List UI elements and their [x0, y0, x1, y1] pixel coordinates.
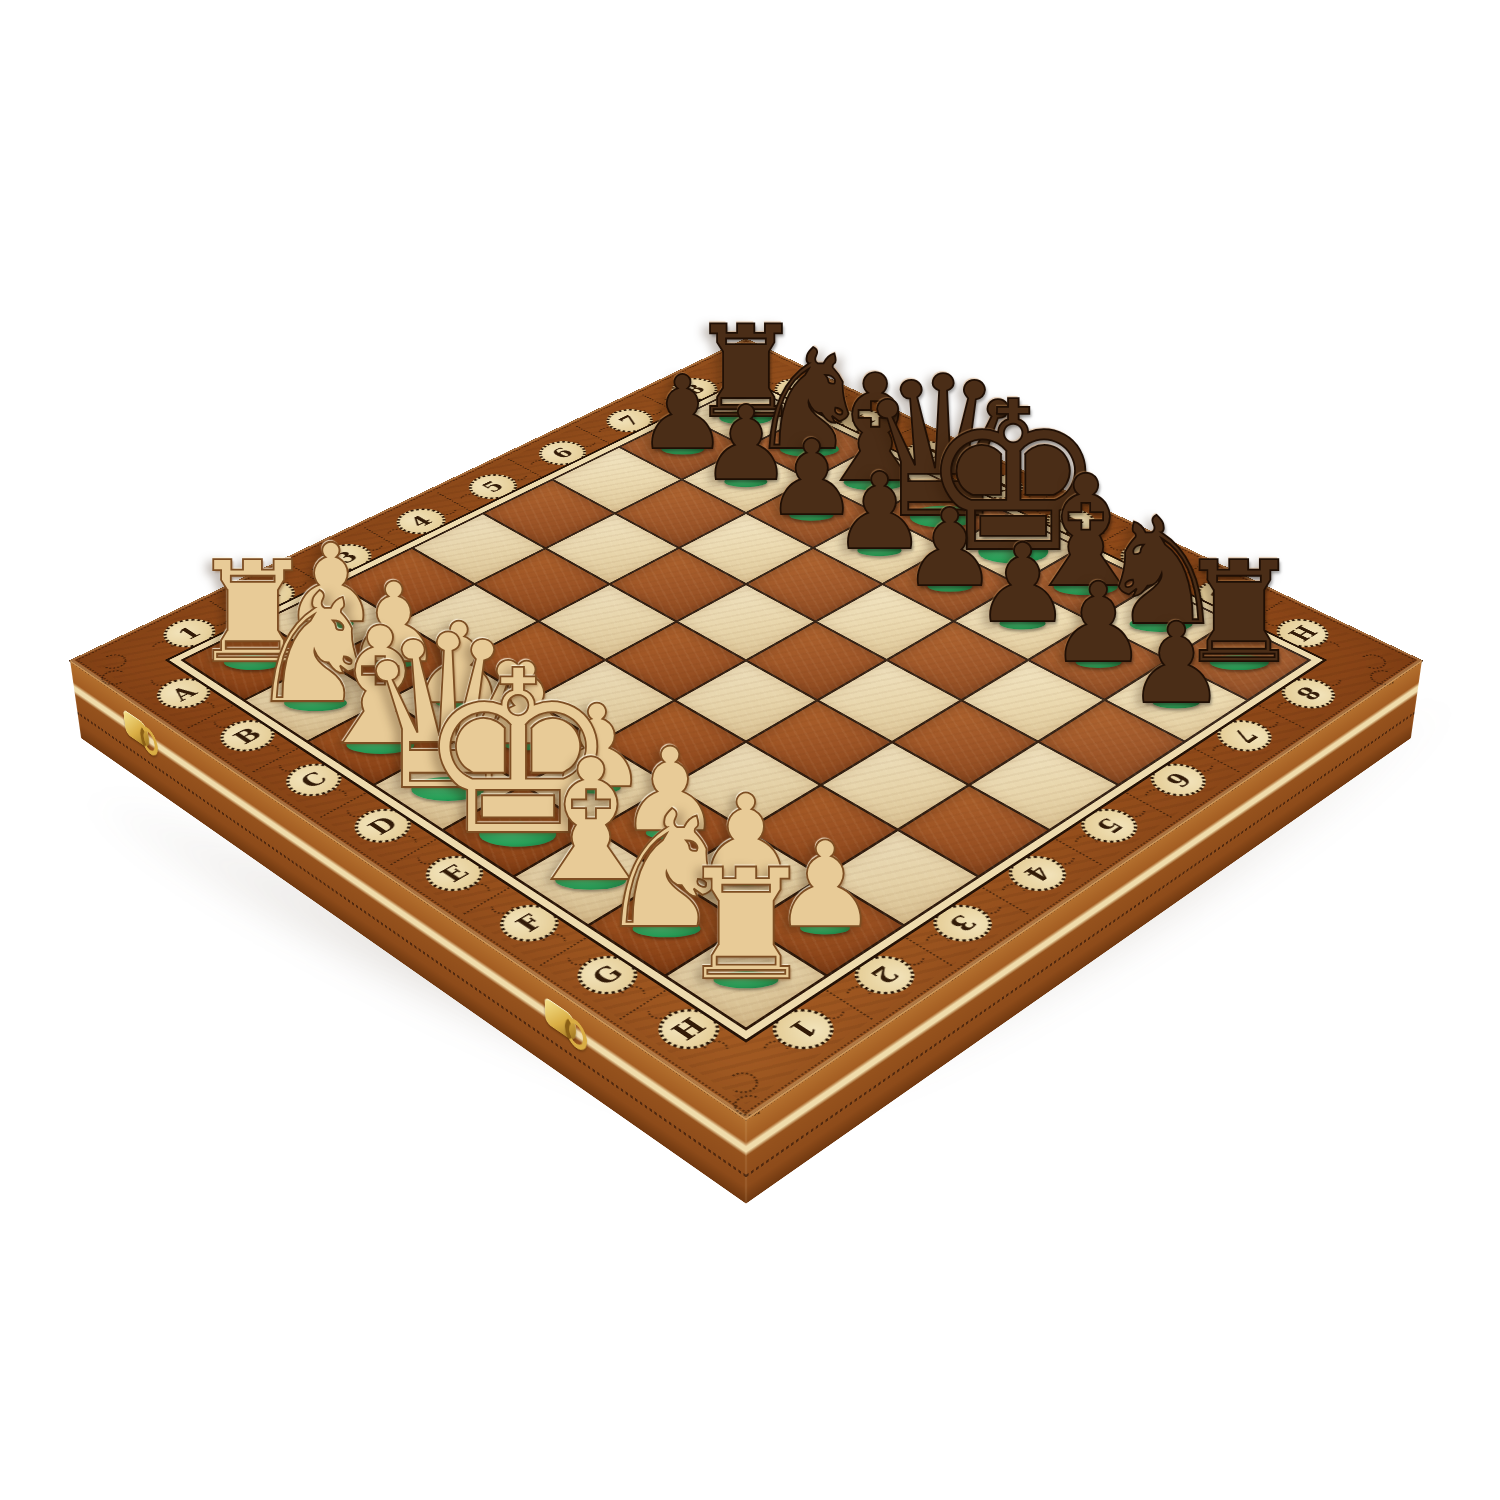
photo-stage: ABCDEFGH ABCDEFGH 87654321 87654321 ♜♞♝♛… — [0, 0, 1500, 1500]
coord-label-rank-5: 5 — [1070, 802, 1149, 850]
black-pawn-h7[interactable]: ♟ — [1127, 607, 1227, 718]
coord-label-rank-2: 2 — [842, 948, 926, 1002]
coord-label-rank-4: 4 — [997, 849, 1078, 899]
square-h5[interactable] — [972, 743, 1117, 829]
piece-glyph-rook: ♜ — [678, 849, 815, 1002]
square-g4[interactable] — [823, 743, 968, 829]
square-f5[interactable] — [820, 661, 959, 740]
coord-label-rank-6: 6 — [1139, 757, 1217, 803]
white-rook-h1[interactable]: ♜ — [678, 849, 815, 1002]
piece-glyph-pawn: ♟ — [1127, 607, 1227, 718]
square-g5[interactable] — [894, 701, 1036, 783]
square-h4[interactable] — [900, 786, 1047, 875]
coord-label-rank-3: 3 — [921, 897, 1004, 949]
